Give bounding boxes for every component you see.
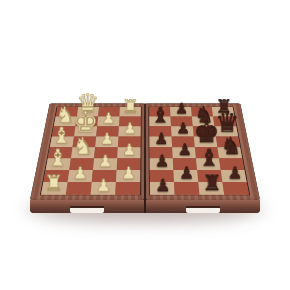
square: ♟: [91, 182, 116, 195]
square: ♟: [118, 126, 140, 136]
square: ♟: [116, 170, 140, 182]
piece-wR: ♜: [122, 97, 139, 116]
square: [219, 158, 244, 170]
square: [191, 107, 213, 116]
square: ♟: [149, 137, 172, 148]
piece-wR: ♜: [44, 172, 64, 194]
square: ♟: [68, 170, 93, 182]
square: ♛: [77, 107, 99, 116]
square: ♝: [196, 158, 221, 170]
chess-set-photo: ♛♜♞♟♚♟♝♟♞♟♝♟♟♟♜♟ ♟♜♝♞♟♛♟♚♟♞♟♝♟♟♟♜: [0, 0, 290, 290]
square: ♟: [171, 126, 194, 136]
square: [193, 126, 216, 136]
square: [172, 137, 195, 148]
square: [73, 137, 97, 148]
square: ♞: [192, 117, 215, 127]
square: [213, 117, 236, 127]
square: [216, 137, 240, 148]
square: [96, 126, 119, 136]
chess-board: ♛♜♞♟♚♟♝♟♞♟♝♟♟♟♜♟ ♟♜♝♞♟♛♟♚♟♞♟♝♟♟♟♜: [30, 103, 260, 200]
square: [150, 170, 174, 182]
square: [98, 107, 120, 116]
square: [92, 170, 117, 182]
square: ♟: [97, 117, 119, 127]
square: ♟: [150, 158, 174, 170]
front-edge-right: [146, 200, 260, 213]
square: [195, 147, 219, 158]
square: [174, 182, 199, 195]
square: [94, 147, 118, 158]
piece-bR: ♜: [202, 172, 222, 194]
square: [173, 158, 197, 170]
square: [66, 182, 92, 195]
square: ♝: [50, 137, 74, 148]
square: [149, 126, 171, 136]
piece-wP: ♟: [121, 165, 136, 181]
square: [117, 158, 141, 170]
board-front-edge: [30, 200, 260, 213]
square: ♝: [46, 158, 71, 170]
square: ♟: [117, 147, 140, 158]
piece-bR: ♜: [215, 97, 232, 116]
square: ♟: [221, 170, 247, 182]
square: [115, 182, 140, 195]
square: ♜: [119, 107, 140, 116]
square: [197, 170, 222, 182]
square: [43, 170, 69, 182]
square: ♛: [215, 126, 239, 136]
square: [56, 107, 79, 116]
finger-notch-right: [186, 206, 220, 213]
square: ♜: [198, 182, 224, 195]
square: ♜: [212, 107, 235, 116]
square: [171, 117, 193, 127]
piece-wP: ♟: [72, 165, 87, 181]
square: [149, 107, 170, 116]
square: ♟: [172, 147, 196, 158]
square: ♜: [41, 182, 68, 195]
squares-left: ♛♜♞♟♚♟♝♟♞♟♝♟♟♟♜♟: [40, 107, 142, 196]
square: ♞: [54, 117, 77, 127]
square: ♞: [217, 147, 242, 158]
square: ♟: [170, 107, 192, 116]
square: [48, 147, 73, 158]
piece-bP: ♟: [179, 165, 194, 181]
square: [75, 117, 98, 127]
square: ♟: [93, 158, 117, 170]
square: [118, 137, 141, 148]
square: ♚: [194, 137, 218, 148]
square: [52, 126, 76, 136]
finger-notch-left: [70, 206, 104, 213]
square: ♝: [149, 117, 171, 127]
square: ♚: [74, 126, 97, 136]
piece-bP: ♟: [175, 102, 188, 116]
square: [69, 158, 94, 170]
square: [222, 182, 249, 195]
square: ♞: [71, 147, 95, 158]
piece-bP: ♟: [227, 165, 242, 181]
square: ♟: [173, 170, 198, 182]
squares-right: ♟♜♝♞♟♛♟♚♟♞♟♝♟♟♟♜: [148, 107, 250, 196]
piece-wQ: ♛: [76, 91, 99, 117]
square: ♟: [150, 182, 175, 195]
board-right-half: ♟♜♝♞♟♛♟♚♟♞♟♝♟♟♟♜: [146, 103, 260, 200]
front-edge-left: [30, 200, 144, 213]
square: [150, 147, 173, 158]
square: ♟: [95, 137, 118, 148]
square: [119, 117, 141, 127]
board-left-half: ♛♜♞♟♚♟♝♟♞♟♝♟♟♟♜♟: [30, 103, 144, 200]
